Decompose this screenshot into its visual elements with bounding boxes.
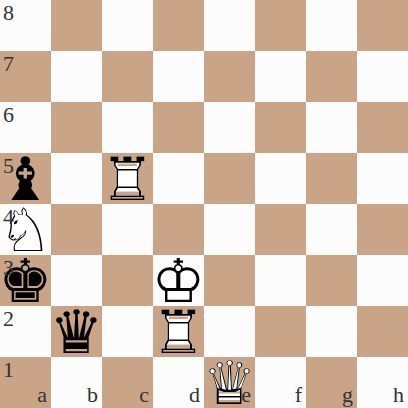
square-f8[interactable] bbox=[255, 0, 306, 51]
file-label-c: c bbox=[139, 384, 149, 406]
square-f2[interactable] bbox=[255, 306, 306, 357]
square-a8[interactable]: 8 bbox=[0, 0, 51, 51]
square-d8[interactable] bbox=[153, 0, 204, 51]
square-f4[interactable] bbox=[255, 204, 306, 255]
square-a3[interactable]: 3♚ bbox=[0, 255, 51, 306]
square-h1[interactable]: h bbox=[357, 357, 408, 408]
square-b5[interactable] bbox=[51, 153, 102, 204]
square-e7[interactable] bbox=[204, 51, 255, 102]
square-e4[interactable] bbox=[204, 204, 255, 255]
white-rook[interactable]: ♜♖ bbox=[153, 306, 204, 357]
square-b2[interactable]: ♛ bbox=[51, 306, 102, 357]
square-b4[interactable] bbox=[51, 204, 102, 255]
rank-label-6: 6 bbox=[3, 104, 14, 126]
square-b7[interactable] bbox=[51, 51, 102, 102]
square-c3[interactable] bbox=[102, 255, 153, 306]
square-g2[interactable] bbox=[306, 306, 357, 357]
square-h8[interactable] bbox=[357, 0, 408, 51]
file-label-d: d bbox=[189, 384, 200, 406]
rank-label-7: 7 bbox=[3, 53, 14, 75]
square-b8[interactable] bbox=[51, 0, 102, 51]
square-h5[interactable] bbox=[357, 153, 408, 204]
square-b6[interactable] bbox=[51, 102, 102, 153]
file-label-h: h bbox=[393, 384, 404, 406]
square-e6[interactable] bbox=[204, 102, 255, 153]
piece-outline-layer: ♖ bbox=[153, 306, 204, 357]
square-h4[interactable] bbox=[357, 204, 408, 255]
file-label-b: b bbox=[87, 384, 98, 406]
square-h2[interactable] bbox=[357, 306, 408, 357]
square-h6[interactable] bbox=[357, 102, 408, 153]
square-c5[interactable]: ♜♖ bbox=[102, 153, 153, 204]
square-c8[interactable] bbox=[102, 0, 153, 51]
square-g3[interactable] bbox=[306, 255, 357, 306]
square-f3[interactable] bbox=[255, 255, 306, 306]
black-king[interactable]: ♚ bbox=[0, 255, 51, 306]
square-f7[interactable] bbox=[255, 51, 306, 102]
square-g5[interactable] bbox=[306, 153, 357, 204]
square-e5[interactable] bbox=[204, 153, 255, 204]
square-g7[interactable] bbox=[306, 51, 357, 102]
square-g4[interactable] bbox=[306, 204, 357, 255]
square-a1[interactable]: 1a bbox=[0, 357, 51, 408]
square-g8[interactable] bbox=[306, 0, 357, 51]
square-e1[interactable]: e♛♕ bbox=[204, 357, 255, 408]
square-f6[interactable] bbox=[255, 102, 306, 153]
square-e8[interactable] bbox=[204, 0, 255, 51]
square-h3[interactable] bbox=[357, 255, 408, 306]
file-label-g: g bbox=[342, 384, 353, 406]
white-queen[interactable]: ♛♕ bbox=[204, 357, 255, 408]
black-queen[interactable]: ♛ bbox=[51, 306, 102, 357]
square-d6[interactable] bbox=[153, 102, 204, 153]
white-rook[interactable]: ♜♖ bbox=[102, 153, 153, 204]
square-g6[interactable] bbox=[306, 102, 357, 153]
piece-outline-layer: ♖ bbox=[102, 153, 153, 204]
rank-label-1: 1 bbox=[3, 359, 14, 381]
square-f1[interactable]: f bbox=[255, 357, 306, 408]
square-d2[interactable]: ♜♖ bbox=[153, 306, 204, 357]
square-a7[interactable]: 7 bbox=[0, 51, 51, 102]
rank-label-8: 8 bbox=[3, 2, 14, 24]
square-c2[interactable] bbox=[102, 306, 153, 357]
square-d5[interactable] bbox=[153, 153, 204, 204]
chess-board: 8765♝♜♖4♞♘3♚♚♔2♛♜♖1abcde♛♕fgh bbox=[0, 0, 408, 408]
square-f5[interactable] bbox=[255, 153, 306, 204]
square-c1[interactable]: c bbox=[102, 357, 153, 408]
square-e3[interactable] bbox=[204, 255, 255, 306]
square-h7[interactable] bbox=[357, 51, 408, 102]
square-c7[interactable] bbox=[102, 51, 153, 102]
file-label-a: a bbox=[37, 384, 47, 406]
piece-outline-layer: ♕ bbox=[204, 357, 255, 408]
square-g1[interactable]: g bbox=[306, 357, 357, 408]
file-label-f: f bbox=[295, 384, 302, 406]
square-d7[interactable] bbox=[153, 51, 204, 102]
